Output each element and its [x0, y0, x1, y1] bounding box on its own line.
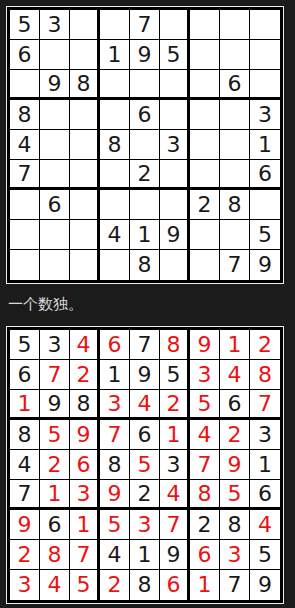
cell-r5c9: 1 — [250, 130, 280, 160]
cell-r4c1: 8 — [10, 100, 40, 130]
cell-r9c8: 7 — [220, 250, 250, 280]
cell-r5c6: 3 — [160, 450, 190, 480]
cell-r8c8: 3 — [220, 540, 250, 570]
cell-r3c4 — [100, 70, 130, 100]
cell-r4c8: 2 — [220, 420, 250, 450]
cell-r3c3: 8 — [70, 70, 100, 100]
cell-r9c3 — [70, 250, 100, 280]
cell-r5c1: 4 — [10, 450, 40, 480]
cell-r6c4 — [100, 160, 130, 190]
cell-r3c1: 1 — [10, 390, 40, 420]
cell-r3c2: 9 — [40, 70, 70, 100]
cell-r1c5: 7 — [130, 330, 160, 360]
cell-r1c6 — [160, 10, 190, 40]
cell-r6c4: 9 — [100, 480, 130, 510]
cell-r7c1: 9 — [10, 510, 40, 540]
cell-r4c5: 6 — [130, 100, 160, 130]
cell-r2c7: 3 — [190, 360, 220, 390]
cell-r7c8: 8 — [220, 510, 250, 540]
cell-r3c5: 4 — [130, 390, 160, 420]
cell-r3c4: 3 — [100, 390, 130, 420]
cell-r3c2: 9 — [40, 390, 70, 420]
cell-r4c9: 3 — [250, 420, 280, 450]
cell-r8c9: 5 — [250, 540, 280, 570]
cell-r1c5: 7 — [130, 10, 160, 40]
cell-r2c4: 1 — [100, 360, 130, 390]
cell-r6c8: 5 — [220, 480, 250, 510]
caption: 一个数独。 — [8, 295, 295, 313]
cell-r2c7 — [190, 40, 220, 70]
cell-r5c9: 1 — [250, 450, 280, 480]
sudoku-solution-grid: 5346789126721953481983425678597614234268… — [7, 327, 283, 603]
cell-r1c2: 3 — [40, 10, 70, 40]
cell-r4c3 — [70, 100, 100, 130]
cell-r8c4: 4 — [100, 220, 130, 250]
cell-r4c5: 6 — [130, 420, 160, 450]
cell-r4c6 — [160, 100, 190, 130]
cell-r7c8: 8 — [220, 190, 250, 220]
cell-r9c1 — [10, 250, 40, 280]
cell-r3c8: 6 — [220, 390, 250, 420]
cell-r3c6: 2 — [160, 390, 190, 420]
cell-r1c8 — [220, 10, 250, 40]
cell-r9c2 — [40, 250, 70, 280]
cell-r1c3 — [70, 10, 100, 40]
cell-r7c4 — [100, 190, 130, 220]
cell-r2c5: 9 — [130, 360, 160, 390]
cell-r2c1: 6 — [10, 360, 40, 390]
cell-r2c5: 9 — [130, 40, 160, 70]
cell-r7c5 — [130, 190, 160, 220]
cell-r5c6: 3 — [160, 130, 190, 160]
cell-r6c9: 6 — [250, 480, 280, 510]
cell-r1c9 — [250, 10, 280, 40]
cell-r9c4 — [100, 250, 130, 280]
cell-r8c7: 6 — [190, 540, 220, 570]
cell-r5c2: 2 — [40, 450, 70, 480]
cell-r6c3 — [70, 160, 100, 190]
cell-r1c4 — [100, 10, 130, 40]
cell-r5c8: 9 — [220, 450, 250, 480]
cell-r8c9: 5 — [250, 220, 280, 250]
cell-r1c2: 3 — [40, 330, 70, 360]
cell-r7c9 — [250, 190, 280, 220]
cell-r3c5 — [130, 70, 160, 100]
cell-r9c2: 4 — [40, 570, 70, 600]
cell-r6c7: 8 — [190, 480, 220, 510]
cell-r5c1: 4 — [10, 130, 40, 160]
cell-r6c2 — [40, 160, 70, 190]
cell-r8c4: 4 — [100, 540, 130, 570]
cell-r9c6 — [160, 250, 190, 280]
cell-r7c6 — [160, 190, 190, 220]
cell-r1c1: 5 — [10, 10, 40, 40]
cell-r4c4 — [100, 100, 130, 130]
cell-r8c2: 8 — [40, 540, 70, 570]
cell-r4c7 — [190, 100, 220, 130]
cell-r7c2: 6 — [40, 190, 70, 220]
cell-r5c8 — [220, 130, 250, 160]
cell-r1c4: 6 — [100, 330, 130, 360]
cell-r5c5 — [130, 130, 160, 160]
cell-r8c3 — [70, 220, 100, 250]
cell-r2c8: 4 — [220, 360, 250, 390]
cell-r3c9 — [250, 70, 280, 100]
cell-r8c1: 2 — [10, 540, 40, 570]
cell-r1c1: 5 — [10, 330, 40, 360]
cell-r2c1: 6 — [10, 40, 40, 70]
cell-r9c1: 3 — [10, 570, 40, 600]
cell-r4c6: 1 — [160, 420, 190, 450]
cell-r7c3: 1 — [70, 510, 100, 540]
cell-r3c6 — [160, 70, 190, 100]
cell-r6c6 — [160, 160, 190, 190]
cell-r2c9: 8 — [250, 360, 280, 390]
cell-r6c1: 7 — [10, 480, 40, 510]
cell-r8c3: 7 — [70, 540, 100, 570]
cell-r9c9: 9 — [250, 250, 280, 280]
cell-r7c4: 5 — [100, 510, 130, 540]
cell-r2c4: 1 — [100, 40, 130, 70]
cell-r9c6: 6 — [160, 570, 190, 600]
cell-r8c6: 9 — [160, 220, 190, 250]
cell-r2c6: 5 — [160, 360, 190, 390]
cell-r4c3: 9 — [70, 420, 100, 450]
cell-r8c1 — [10, 220, 40, 250]
cell-r9c5: 8 — [130, 570, 160, 600]
cell-r9c7 — [190, 250, 220, 280]
cell-r7c3 — [70, 190, 100, 220]
cell-r7c7: 2 — [190, 190, 220, 220]
cell-r7c9: 4 — [250, 510, 280, 540]
cell-r6c2: 1 — [40, 480, 70, 510]
cell-r5c3 — [70, 130, 100, 160]
cell-r2c8 — [220, 40, 250, 70]
cell-r4c8 — [220, 100, 250, 130]
cell-r2c2 — [40, 40, 70, 70]
cell-r2c2: 7 — [40, 360, 70, 390]
cell-r4c2 — [40, 100, 70, 130]
cell-r5c4: 8 — [100, 130, 130, 160]
cell-r6c3: 3 — [70, 480, 100, 510]
cell-r6c5: 2 — [130, 480, 160, 510]
cell-r8c8 — [220, 220, 250, 250]
cell-r3c9: 7 — [250, 390, 280, 420]
cell-r9c7: 1 — [190, 570, 220, 600]
cell-r1c7 — [190, 10, 220, 40]
cell-r2c3: 2 — [70, 360, 100, 390]
cell-r4c1: 8 — [10, 420, 40, 450]
cell-r6c8 — [220, 160, 250, 190]
cell-r3c7 — [190, 70, 220, 100]
cell-r8c5: 1 — [130, 540, 160, 570]
cell-r9c4: 2 — [100, 570, 130, 600]
cell-r8c7 — [190, 220, 220, 250]
cell-r3c1 — [10, 70, 40, 100]
cell-r3c7: 5 — [190, 390, 220, 420]
cell-r1c8: 1 — [220, 330, 250, 360]
cell-r5c2 — [40, 130, 70, 160]
cell-r8c5: 1 — [130, 220, 160, 250]
cell-r2c6: 5 — [160, 40, 190, 70]
cell-r5c7: 7 — [190, 450, 220, 480]
cell-r1c9: 2 — [250, 330, 280, 360]
cell-r5c7 — [190, 130, 220, 160]
cell-r6c7 — [190, 160, 220, 190]
cell-r6c9: 6 — [250, 160, 280, 190]
cell-r7c1 — [10, 190, 40, 220]
cell-r1c6: 8 — [160, 330, 190, 360]
cell-r4c7: 4 — [190, 420, 220, 450]
cell-r1c7: 9 — [190, 330, 220, 360]
cell-r5c3: 6 — [70, 450, 100, 480]
cell-r2c9 — [250, 40, 280, 70]
cell-r4c4: 7 — [100, 420, 130, 450]
cell-r1c3: 4 — [70, 330, 100, 360]
cell-r6c5: 2 — [130, 160, 160, 190]
cell-r7c2: 6 — [40, 510, 70, 540]
cell-r7c6: 7 — [160, 510, 190, 540]
cell-r5c4: 8 — [100, 450, 130, 480]
cell-r6c6: 4 — [160, 480, 190, 510]
cell-r9c3: 5 — [70, 570, 100, 600]
cell-r8c2 — [40, 220, 70, 250]
sudoku-puzzle-grid: 537619598686348317266284195879 — [7, 7, 283, 283]
cell-r9c5: 8 — [130, 250, 160, 280]
cell-r4c9: 3 — [250, 100, 280, 130]
cell-r3c3: 8 — [70, 390, 100, 420]
cell-r2c3 — [70, 40, 100, 70]
cell-r6c1: 7 — [10, 160, 40, 190]
cell-r9c8: 7 — [220, 570, 250, 600]
cell-r7c7: 2 — [190, 510, 220, 540]
cell-r5c5: 5 — [130, 450, 160, 480]
cell-r3c8: 6 — [220, 70, 250, 100]
cell-r9c9: 9 — [250, 570, 280, 600]
cell-r7c5: 3 — [130, 510, 160, 540]
cell-r8c6: 9 — [160, 540, 190, 570]
cell-r4c2: 5 — [40, 420, 70, 450]
